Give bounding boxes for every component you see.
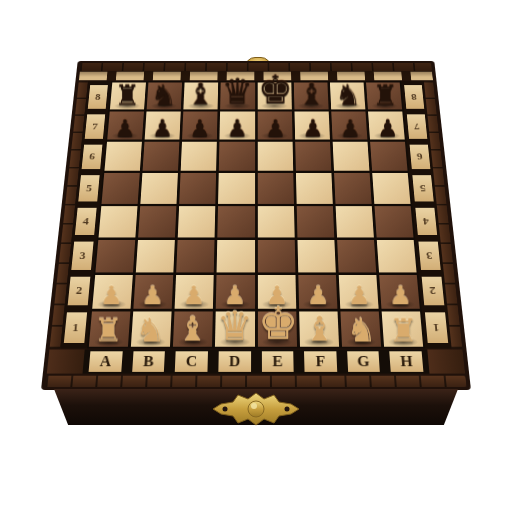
rank-label-right-1: 1	[425, 313, 448, 343]
white-knight-b1: ♞	[131, 314, 170, 346]
black-bishop-c8: ♝	[184, 80, 218, 108]
square-f6	[295, 142, 331, 171]
square-c5	[179, 173, 216, 203]
rank-label-right-7: 7	[407, 114, 427, 138]
white-bishop-f1: ♝	[300, 313, 339, 345]
square-c8: ♝	[184, 82, 219, 109]
rank-label-left-4: 4	[75, 208, 97, 235]
square-c6	[181, 142, 217, 171]
black-bishop-f8: ♝	[294, 80, 328, 108]
white-pawn-b2: ♟	[134, 283, 172, 308]
square-f4	[296, 206, 334, 237]
square-h1: ♜	[382, 311, 424, 346]
square-e1: ♚	[257, 311, 296, 346]
square-b2: ♟	[134, 275, 174, 309]
brass-clasp-icon	[211, 392, 301, 426]
square-d3	[217, 240, 255, 273]
square-b7: ♟	[145, 112, 181, 140]
square-a5	[102, 173, 140, 203]
black-knight-g8: ♞	[331, 81, 365, 109]
square-d8: ♛	[220, 82, 254, 109]
black-rook-a8: ♜	[110, 82, 144, 109]
white-pawn-h2: ♟	[381, 283, 419, 308]
square-a8: ♜	[110, 82, 146, 109]
rank-label-right-5: 5	[412, 175, 433, 201]
black-king-e8: ♚	[257, 72, 291, 109]
square-f3	[297, 240, 335, 273]
bottom-edge-strip	[45, 376, 466, 387]
rank-label-left-8: 8	[88, 85, 108, 108]
square-g4	[335, 206, 373, 237]
square-g7: ♟	[331, 112, 367, 140]
white-bishop-c1: ♝	[173, 313, 212, 345]
square-e3	[257, 240, 295, 273]
square-e8: ♚	[257, 82, 291, 109]
square-a4	[99, 206, 138, 237]
white-pawn-g2: ♟	[340, 283, 378, 308]
rank-label-right-3: 3	[418, 241, 440, 269]
black-pawn-f7: ♟	[295, 117, 330, 139]
square-e7: ♟	[257, 112, 292, 140]
black-pawn-e7: ♟	[257, 117, 292, 139]
square-a3	[95, 240, 135, 273]
white-pawn-a2: ♟	[92, 283, 130, 308]
rank-label-right-2: 2	[422, 276, 445, 305]
rank-label-right-8: 8	[404, 85, 424, 108]
square-c2: ♟	[175, 275, 214, 309]
letter-strip-right-spacer	[427, 349, 465, 373]
square-a2: ♟	[92, 275, 133, 309]
file-label-f: F	[304, 351, 337, 372]
square-d7: ♟	[220, 112, 255, 140]
black-pawn-h7: ♟	[370, 117, 405, 139]
file-label-h: H	[390, 351, 424, 372]
square-c4	[178, 206, 216, 237]
square-d5	[218, 173, 254, 203]
rank-label-left-2: 2	[68, 276, 91, 305]
square-f2: ♟	[298, 275, 337, 309]
square-e6	[257, 142, 293, 171]
square-d6	[219, 142, 255, 171]
rank-label-left-7: 7	[85, 114, 105, 138]
black-queen-d8: ♛	[220, 76, 254, 109]
top-edge-strip	[80, 63, 432, 71]
white-knight-g1: ♞	[342, 314, 381, 346]
board-scene: 87654321 ♜♞♝♛♚♝♞♜♟♟♟♟♟♟♟♟♟♟♟♟♟♟♟♟♜♞♝♛♚♝♞…	[41, 0, 471, 414]
square-g5	[334, 173, 372, 203]
black-knight-b8: ♞	[147, 81, 181, 109]
square-d4	[218, 206, 255, 237]
square-f5	[296, 173, 333, 203]
square-f7: ♟	[294, 112, 330, 140]
file-label-a: A	[89, 351, 123, 372]
black-pawn-a7: ♟	[107, 117, 142, 139]
square-a6	[104, 142, 142, 171]
square-e4	[257, 206, 294, 237]
square-g2: ♟	[339, 275, 379, 309]
square-h6	[370, 142, 408, 171]
file-label-d: D	[218, 351, 250, 372]
square-b8: ♞	[147, 82, 183, 109]
rank-label-left-5: 5	[78, 175, 99, 201]
white-pawn-c2: ♟	[175, 283, 213, 308]
square-h8: ♜	[366, 82, 402, 109]
black-pawn-d7: ♟	[220, 117, 255, 139]
letter-strip-left-spacer	[47, 349, 85, 373]
white-queen-d1: ♛	[215, 308, 254, 346]
square-b3	[136, 240, 175, 273]
rank-label-left-3: 3	[71, 241, 93, 269]
square-g8: ♞	[330, 82, 366, 109]
rank-label-right-6: 6	[410, 144, 431, 169]
square-c1: ♝	[173, 311, 213, 346]
chess-set-photo: { "game": "chess", "position": "rnbqkbnr…	[0, 0, 512, 512]
square-e5	[257, 173, 293, 203]
board-squares: ♜♞♝♛♚♝♞♜♟♟♟♟♟♟♟♟♟♟♟♟♟♟♟♟♜♞♝♛♚♝♞♜	[89, 82, 423, 346]
black-pawn-b7: ♟	[145, 117, 180, 139]
square-b4	[138, 206, 176, 237]
white-rook-h1: ♜	[384, 315, 423, 346]
square-b6	[143, 142, 180, 171]
file-label-g: G	[347, 351, 380, 372]
rank-label-left-6: 6	[82, 144, 103, 169]
square-g1: ♞	[340, 311, 381, 346]
square-f8: ♝	[294, 82, 329, 109]
playing-field: ♜♞♝♛♚♝♞♜♟♟♟♟♟♟♟♟♟♟♟♟♟♟♟♟♜♞♝♛♚♝♞♜	[87, 81, 426, 348]
square-g6	[332, 142, 369, 171]
rank-label-left-1: 1	[64, 313, 87, 343]
chess-board: 87654321 ♜♞♝♛♚♝♞♜♟♟♟♟♟♟♟♟♟♟♟♟♟♟♟♟♜♞♝♛♚♝♞…	[41, 61, 471, 390]
black-pawn-c7: ♟	[182, 117, 217, 139]
square-g3	[337, 240, 376, 273]
square-c3	[176, 240, 214, 273]
square-h2: ♟	[379, 275, 420, 309]
file-label-b: B	[132, 351, 165, 372]
square-h7: ♟	[368, 112, 405, 140]
square-a7: ♟	[107, 112, 144, 140]
square-a1: ♜	[89, 311, 131, 346]
rank-label-right-4: 4	[415, 208, 437, 235]
black-rook-h8: ♜	[368, 82, 402, 109]
white-king-e1: ♚	[257, 303, 296, 346]
square-h5	[372, 173, 410, 203]
white-rook-a1: ♜	[89, 315, 128, 346]
square-b5	[141, 173, 179, 203]
square-c7: ♟	[182, 112, 218, 140]
file-label-e: E	[261, 351, 293, 372]
file-labels-bottom: ABCDEFGH	[82, 349, 429, 373]
square-h4	[374, 206, 413, 237]
square-h3	[377, 240, 417, 273]
square-b1: ♞	[131, 311, 172, 346]
square-d1: ♛	[215, 311, 254, 346]
black-pawn-g7: ♟	[332, 117, 367, 139]
square-f1: ♝	[299, 311, 339, 346]
board-frame: 87654321 ♜♞♝♛♚♝♞♜♟♟♟♟♟♟♟♟♟♟♟♟♟♟♟♟♜♞♝♛♚♝♞…	[41, 61, 471, 390]
white-pawn-f2: ♟	[299, 283, 337, 308]
file-label-c: C	[175, 351, 208, 372]
